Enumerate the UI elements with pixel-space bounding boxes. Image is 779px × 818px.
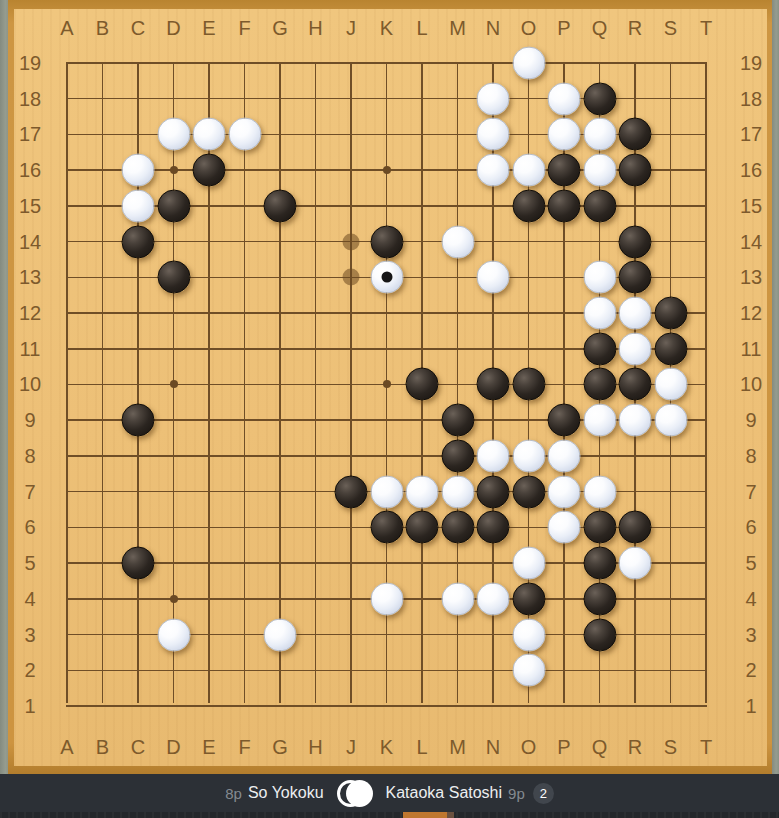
white-stone <box>477 154 510 187</box>
white-stone <box>477 118 510 151</box>
row-label: 4 <box>24 587 35 610</box>
row-label: 3 <box>745 623 756 646</box>
black-stone <box>122 404 155 437</box>
column-label: H <box>308 736 322 759</box>
white-stone <box>619 547 652 580</box>
row-label: 8 <box>745 444 756 467</box>
black-stone <box>122 225 155 258</box>
black-player-rank: 8p <box>225 785 242 802</box>
black-stone <box>583 189 616 222</box>
black-stone <box>370 511 403 544</box>
black-stone <box>619 225 652 258</box>
grid-line <box>350 62 352 703</box>
white-stone <box>512 439 545 472</box>
column-label: E <box>202 736 215 759</box>
row-label: 7 <box>745 480 756 503</box>
column-label: C <box>131 736 145 759</box>
row-label: 18 <box>740 87 762 110</box>
star-point <box>170 166 178 174</box>
column-label: F <box>238 17 250 40</box>
black-stone <box>619 118 652 151</box>
black-stone <box>157 189 190 222</box>
color-swap-toggle[interactable] <box>337 780 373 807</box>
white-stone <box>619 332 652 365</box>
white-stone <box>548 511 581 544</box>
white-stone <box>157 118 190 151</box>
black-stone <box>157 261 190 294</box>
white-stone <box>441 225 474 258</box>
row-label: 5 <box>745 552 756 575</box>
white-stone <box>512 154 545 187</box>
white-stone <box>441 475 474 508</box>
white-stone <box>122 189 155 222</box>
column-label: D <box>166 17 180 40</box>
black-stone <box>619 154 652 187</box>
column-label: S <box>664 17 677 40</box>
black-stone <box>335 475 368 508</box>
black-stone <box>583 582 616 615</box>
column-label: K <box>380 17 393 40</box>
column-label: O <box>521 736 537 759</box>
black-stone <box>619 511 652 544</box>
white-stone <box>477 582 510 615</box>
black-stone <box>512 189 545 222</box>
white-stone <box>619 297 652 330</box>
row-label: 16 <box>740 159 762 182</box>
grid-line <box>315 62 317 703</box>
white-player-rank: 9p <box>508 785 525 802</box>
black-stone <box>122 547 155 580</box>
row-label: 6 <box>745 516 756 539</box>
row-label: 18 <box>19 87 41 110</box>
black-stone <box>441 511 474 544</box>
white-stone <box>583 118 616 151</box>
white-stone <box>512 47 545 80</box>
grid-line <box>102 62 104 703</box>
column-label: P <box>557 17 570 40</box>
white-stone <box>583 297 616 330</box>
white-stone <box>583 475 616 508</box>
column-label: L <box>416 736 427 759</box>
black-player-name: So Yokoku <box>248 784 324 802</box>
row-label: 13 <box>740 266 762 289</box>
star-point <box>383 380 391 388</box>
white-stone <box>583 404 616 437</box>
black-stone <box>477 368 510 401</box>
black-stone <box>477 475 510 508</box>
white-stone <box>477 82 510 115</box>
column-label: M <box>449 736 466 759</box>
column-label: T <box>700 17 712 40</box>
black-stone <box>583 332 616 365</box>
white-stone <box>548 475 581 508</box>
timeline-progress-fill <box>403 812 447 818</box>
row-label: 10 <box>740 373 762 396</box>
white-stone <box>193 118 226 151</box>
board-layer: AA1919BB1818CC1717DD1616EE1515FF1414GG13… <box>0 0 779 774</box>
row-label: 1 <box>745 694 756 717</box>
column-label: P <box>557 736 570 759</box>
white-stone-icon <box>346 780 373 807</box>
grid-line <box>66 670 707 672</box>
capture-count-badge: 2 <box>533 783 554 804</box>
white-player-name: Kataoka Satoshi <box>386 784 503 802</box>
star-point <box>170 595 178 603</box>
column-label: C <box>131 17 145 40</box>
black-stone <box>477 511 510 544</box>
column-label: L <box>416 17 427 40</box>
column-label: Q <box>592 736 608 759</box>
column-label: O <box>521 17 537 40</box>
black-stone <box>583 547 616 580</box>
column-label: E <box>202 17 215 40</box>
column-label: A <box>60 736 73 759</box>
column-label: M <box>449 17 466 40</box>
column-label: Q <box>592 17 608 40</box>
grid-line <box>66 455 707 457</box>
white-stone <box>122 154 155 187</box>
app-root: AA1919BB1818CC1717DD1616EE1515FF1414GG13… <box>0 0 779 818</box>
white-stone <box>264 618 297 651</box>
white-stone <box>548 82 581 115</box>
grid-line <box>705 62 707 703</box>
star-point <box>383 166 391 174</box>
white-stone <box>477 439 510 472</box>
black-stone <box>548 404 581 437</box>
row-label: 15 <box>740 194 762 217</box>
white-stone <box>583 154 616 187</box>
grid-line <box>244 62 246 703</box>
grid-line <box>66 62 68 703</box>
row-label: 6 <box>24 516 35 539</box>
white-stone <box>619 404 652 437</box>
white-stone <box>654 404 687 437</box>
row-label: 17 <box>19 123 41 146</box>
black-stone <box>406 511 439 544</box>
row-label: 16 <box>19 159 41 182</box>
row-label: 12 <box>19 302 41 325</box>
white-stone <box>654 368 687 401</box>
white-stone <box>228 118 261 151</box>
black-stone <box>512 582 545 615</box>
star-point <box>170 380 178 388</box>
white-stone <box>548 118 581 151</box>
column-label: A <box>60 17 73 40</box>
black-stone <box>548 154 581 187</box>
row-label: 5 <box>24 552 35 575</box>
column-label: G <box>272 17 288 40</box>
column-label: R <box>628 736 642 759</box>
row-label: 1 <box>24 694 35 717</box>
row-label: 3 <box>24 623 35 646</box>
column-label: J <box>346 736 356 759</box>
column-label: T <box>700 736 712 759</box>
black-stone <box>548 189 581 222</box>
black-stone <box>583 511 616 544</box>
game-timeline-bar[interactable] <box>0 812 779 818</box>
black-stone <box>654 332 687 365</box>
white-stone <box>157 618 190 651</box>
black-stone <box>619 261 652 294</box>
row-label: 14 <box>19 230 41 253</box>
row-label: 13 <box>19 266 41 289</box>
black-stone <box>583 82 616 115</box>
move-hint-dot <box>343 269 360 286</box>
black-stone <box>264 189 297 222</box>
black-stone <box>583 368 616 401</box>
player-bar: 8p So Yokoku Kataoka Satoshi 9p 2 <box>0 774 779 812</box>
column-label: S <box>664 736 677 759</box>
black-stone <box>512 475 545 508</box>
white-stone <box>583 261 616 294</box>
grid-line <box>66 705 707 707</box>
black-stone <box>619 368 652 401</box>
row-label: 2 <box>745 659 756 682</box>
grid-line <box>279 62 281 703</box>
black-stone <box>406 368 439 401</box>
row-label: 17 <box>740 123 762 146</box>
white-stone <box>477 261 510 294</box>
row-label: 19 <box>19 52 41 75</box>
white-stone <box>370 475 403 508</box>
column-label: N <box>486 17 500 40</box>
white-stone <box>512 654 545 687</box>
row-label: 2 <box>24 659 35 682</box>
row-label: 14 <box>740 230 762 253</box>
row-label: 11 <box>20 337 41 360</box>
column-label: D <box>166 736 180 759</box>
row-label: 9 <box>745 409 756 432</box>
row-label: 10 <box>19 373 41 396</box>
row-label: 11 <box>741 337 762 360</box>
row-label: 8 <box>24 444 35 467</box>
white-stone <box>406 475 439 508</box>
row-label: 15 <box>19 194 41 217</box>
timeline-progress-cap <box>447 812 454 818</box>
white-stone <box>512 547 545 580</box>
black-stone <box>654 297 687 330</box>
column-label: H <box>308 17 322 40</box>
black-stone <box>441 439 474 472</box>
black-stone <box>512 368 545 401</box>
column-label: K <box>380 736 393 759</box>
row-label: 7 <box>24 480 35 503</box>
black-stone <box>193 154 226 187</box>
column-label: J <box>346 17 356 40</box>
last-move-marker <box>381 272 392 283</box>
row-label: 4 <box>745 587 756 610</box>
white-stone <box>512 618 545 651</box>
white-stone <box>441 582 474 615</box>
column-label: R <box>628 17 642 40</box>
column-label: G <box>272 736 288 759</box>
row-label: 9 <box>24 409 35 432</box>
black-stone <box>441 404 474 437</box>
column-label: N <box>486 736 500 759</box>
column-label: F <box>238 736 250 759</box>
column-label: B <box>96 736 109 759</box>
white-stone <box>370 582 403 615</box>
row-label: 19 <box>740 52 762 75</box>
move-hint-dot <box>343 233 360 250</box>
column-label: B <box>96 17 109 40</box>
white-stone <box>548 439 581 472</box>
row-label: 12 <box>740 302 762 325</box>
black-stone <box>370 225 403 258</box>
black-stone <box>583 618 616 651</box>
